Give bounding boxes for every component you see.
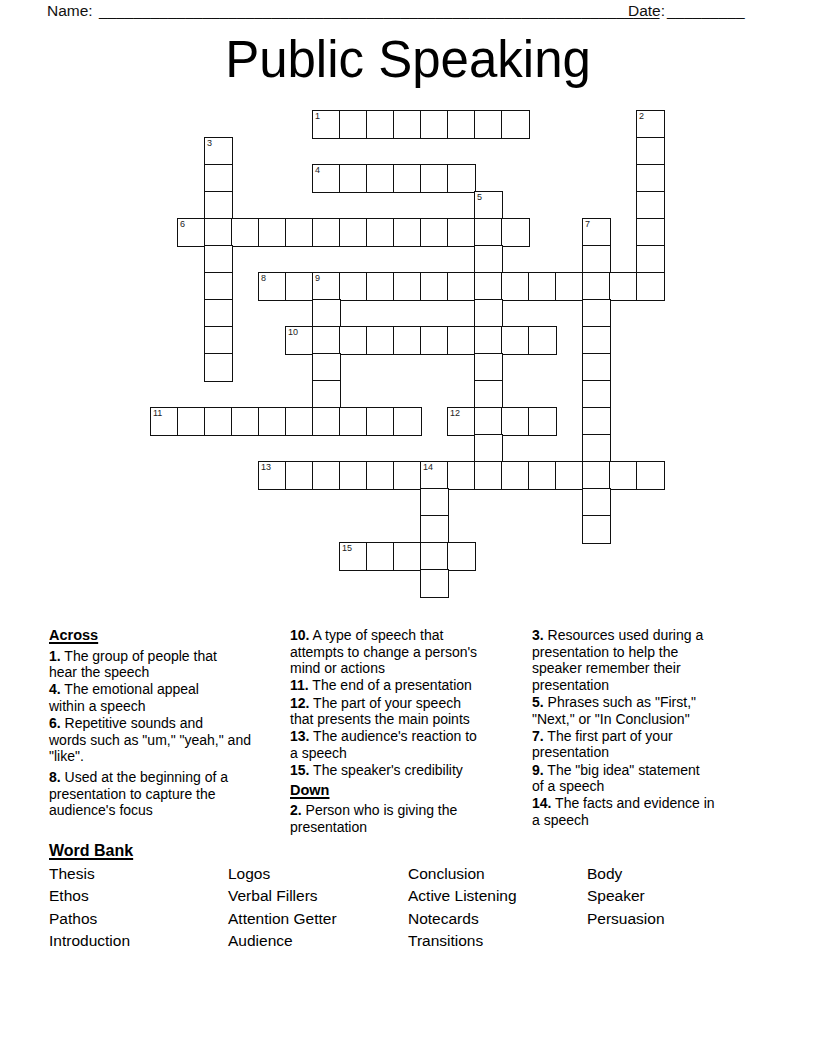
grid-cell[interactable] bbox=[312, 299, 341, 328]
grid-cell[interactable] bbox=[582, 380, 611, 409]
grid-cell[interactable] bbox=[501, 272, 530, 301]
grid-cell[interactable] bbox=[474, 353, 503, 382]
grid-cell[interactable] bbox=[312, 218, 341, 247]
word-bank-header: Word Bank bbox=[49, 841, 779, 861]
clue-number-label: 13. bbox=[290, 728, 309, 744]
grid-cell[interactable] bbox=[339, 164, 368, 193]
word-bank-item: Thesis bbox=[49, 863, 228, 885]
word-bank-column-3: ConclusionActive ListeningNotecardsTrans… bbox=[408, 863, 587, 953]
across-header: Across bbox=[49, 627, 294, 644]
grid-cell[interactable] bbox=[582, 245, 611, 274]
clue-number-label: 12. bbox=[290, 695, 309, 711]
name-blank-line[interactable]: ________________________________________… bbox=[99, 1, 659, 20]
word-bank-item: Speaker bbox=[587, 885, 779, 907]
grid-cell[interactable] bbox=[474, 299, 503, 328]
grid-cell[interactable] bbox=[204, 407, 233, 436]
grid-cell[interactable] bbox=[447, 110, 476, 139]
grid-cell[interactable] bbox=[474, 380, 503, 409]
grid-cell[interactable] bbox=[339, 461, 368, 490]
clue-number-label: 7. bbox=[532, 728, 544, 744]
clue-6: 6. Repetitive sounds andwords such as "u… bbox=[49, 715, 294, 765]
grid-cell[interactable]: 3 bbox=[204, 137, 233, 166]
word-bank-item: Body bbox=[587, 863, 779, 885]
clue-3: 3. Resources used during apresentation t… bbox=[532, 627, 782, 693]
grid-cell[interactable] bbox=[447, 272, 476, 301]
page-title: Public Speaking bbox=[0, 29, 816, 91]
grid-cell[interactable]: 8 bbox=[258, 272, 287, 301]
grid-cell[interactable] bbox=[582, 488, 611, 517]
grid-cell[interactable] bbox=[393, 110, 422, 139]
clue-number: 4 bbox=[315, 165, 320, 175]
clue-number: 12 bbox=[450, 408, 460, 418]
clue-12: 12. The part of your speechthat presents… bbox=[290, 695, 538, 728]
grid-cell[interactable] bbox=[366, 461, 395, 490]
grid-cell[interactable] bbox=[501, 407, 530, 436]
clue-10: 10. A type of speech thatattempts to cha… bbox=[290, 627, 538, 677]
date-label: Date: bbox=[628, 1, 665, 20]
clues-column-3: 3. Resources used during apresentation t… bbox=[532, 627, 782, 829]
grid-cell[interactable] bbox=[285, 272, 314, 301]
grid-cell[interactable]: 10 bbox=[285, 326, 314, 355]
grid-cell[interactable] bbox=[474, 326, 503, 355]
grid-cell[interactable] bbox=[501, 110, 530, 139]
grid-cell[interactable] bbox=[312, 380, 341, 409]
grid-cell[interactable] bbox=[474, 434, 503, 463]
word-bank-item: Attention Getter bbox=[228, 908, 408, 930]
grid-cell[interactable] bbox=[636, 461, 665, 490]
clue-number: 10 bbox=[288, 327, 298, 337]
grid-cell[interactable] bbox=[420, 569, 449, 598]
grid-cell[interactable] bbox=[474, 461, 503, 490]
clue-number: 1 bbox=[315, 111, 320, 121]
clue-number: 8 bbox=[261, 273, 266, 283]
date-blank-line[interactable]: _________ bbox=[667, 1, 745, 20]
grid-cell[interactable]: 2 bbox=[636, 110, 665, 139]
clue-number-label: 1. bbox=[49, 648, 61, 664]
grid-cell[interactable] bbox=[204, 272, 233, 301]
grid-cell[interactable] bbox=[204, 191, 233, 220]
grid-cell[interactable]: 13 bbox=[258, 461, 287, 490]
grid-cell[interactable] bbox=[420, 542, 449, 571]
grid-cell[interactable]: 7 bbox=[582, 218, 611, 247]
clue-7: 7. The first part of yourpresentation bbox=[532, 728, 782, 761]
grid-cell[interactable] bbox=[555, 272, 584, 301]
clue-9: 9. The "big idea" statementof a speech bbox=[532, 762, 782, 795]
word-bank-item: Active Listening bbox=[408, 885, 587, 907]
grid-cell[interactable]: 15 bbox=[339, 542, 368, 571]
name-label: Name: bbox=[47, 1, 93, 20]
clue-number-label: 14. bbox=[532, 795, 551, 811]
grid-cell[interactable] bbox=[528, 326, 557, 355]
grid-cell[interactable] bbox=[312, 353, 341, 382]
grid-cell[interactable] bbox=[501, 461, 530, 490]
grid-cell[interactable] bbox=[636, 245, 665, 274]
grid-cell[interactable] bbox=[447, 164, 476, 193]
clue-number: 5 bbox=[477, 192, 482, 202]
grid-cell[interactable] bbox=[393, 272, 422, 301]
grid-cell[interactable] bbox=[582, 515, 611, 544]
grid-cell[interactable] bbox=[582, 434, 611, 463]
grid-cell[interactable] bbox=[636, 272, 665, 301]
clue-5: 5. Phrases such as "First,""Next," or "I… bbox=[532, 694, 782, 727]
word-bank-item: Audience bbox=[228, 930, 408, 952]
grid-cell[interactable] bbox=[204, 218, 233, 247]
grid-cell[interactable]: 5 bbox=[474, 191, 503, 220]
grid-cell[interactable] bbox=[609, 461, 638, 490]
grid-cell[interactable] bbox=[393, 164, 422, 193]
grid-cell[interactable] bbox=[231, 407, 260, 436]
down-header: Down bbox=[290, 782, 538, 799]
grid-cell[interactable] bbox=[339, 272, 368, 301]
grid-cell[interactable] bbox=[420, 326, 449, 355]
grid-cell[interactable] bbox=[339, 110, 368, 139]
grid-cell[interactable] bbox=[528, 272, 557, 301]
grid-cell[interactable] bbox=[609, 272, 638, 301]
clue-number: 7 bbox=[585, 219, 590, 229]
grid-cell[interactable] bbox=[231, 218, 260, 247]
grid-cell[interactable] bbox=[582, 353, 611, 382]
grid-cell[interactable] bbox=[366, 110, 395, 139]
word-bank-item: Conclusion bbox=[408, 863, 587, 885]
grid-cell[interactable] bbox=[204, 353, 233, 382]
grid-cell[interactable] bbox=[447, 218, 476, 247]
clue-1: 1. The group of people thathear the spee… bbox=[49, 648, 294, 681]
grid-cell[interactable] bbox=[204, 326, 233, 355]
word-bank-item: Logos bbox=[228, 863, 408, 885]
clue-number-label: 8. bbox=[49, 769, 61, 785]
word-bank-item: Persuasion bbox=[587, 908, 779, 930]
clue-number-label: 10. bbox=[290, 627, 309, 643]
clue-number: 2 bbox=[639, 111, 644, 121]
grid-cell[interactable] bbox=[636, 218, 665, 247]
clue-2: 2. Person who is giving thepresentation bbox=[290, 802, 538, 835]
clue-number-label: 3. bbox=[532, 627, 544, 643]
clues-column-1: Across1. The group of people thathear th… bbox=[49, 627, 294, 819]
grid-cell[interactable] bbox=[420, 110, 449, 139]
grid-cell[interactable] bbox=[474, 407, 503, 436]
word-bank-column-2: LogosVerbal FillersAttention GetterAudie… bbox=[228, 863, 408, 953]
grid-cell[interactable] bbox=[177, 407, 206, 436]
grid-cell[interactable] bbox=[582, 299, 611, 328]
grid-cell[interactable]: 12 bbox=[447, 407, 476, 436]
clue-11: 11. The end of a presentation bbox=[290, 677, 538, 694]
clue-number: 6 bbox=[180, 219, 185, 229]
grid-cell[interactable] bbox=[636, 191, 665, 220]
grid-cell[interactable] bbox=[204, 299, 233, 328]
clue-14: 14. The facts and evidence ina speech bbox=[532, 795, 782, 828]
word-bank-item: Introduction bbox=[49, 930, 228, 952]
grid-cell[interactable] bbox=[420, 488, 449, 517]
grid-cell[interactable] bbox=[366, 407, 395, 436]
grid-cell[interactable] bbox=[312, 461, 341, 490]
grid-cell[interactable] bbox=[339, 407, 368, 436]
word-bank-columns: ThesisEthosPathosIntroductionLogosVerbal… bbox=[49, 863, 779, 953]
grid-cell[interactable] bbox=[204, 164, 233, 193]
grid-cell[interactable]: 6 bbox=[177, 218, 206, 247]
grid-cell[interactable] bbox=[285, 407, 314, 436]
clue-15: 15. The speaker's credibility bbox=[290, 762, 538, 779]
clue-number: 9 bbox=[315, 273, 320, 283]
grid-cell[interactable] bbox=[474, 272, 503, 301]
grid-cell[interactable] bbox=[420, 164, 449, 193]
grid-cell[interactable] bbox=[339, 326, 368, 355]
grid-cell[interactable] bbox=[258, 218, 287, 247]
clue-number-label: 11. bbox=[290, 677, 309, 693]
word-bank-item: Transitions bbox=[408, 930, 587, 952]
grid-cell[interactable] bbox=[420, 218, 449, 247]
grid-cell[interactable] bbox=[582, 326, 611, 355]
word-bank-column-1: ThesisEthosPathosIntroduction bbox=[49, 863, 228, 953]
grid-cell[interactable] bbox=[393, 542, 422, 571]
grid-cell[interactable] bbox=[420, 272, 449, 301]
grid-cell[interactable] bbox=[528, 461, 557, 490]
grid-cell[interactable] bbox=[258, 407, 287, 436]
crossword-grid: 123456789101112131415 bbox=[150, 110, 665, 598]
grid-cell[interactable]: 9 bbox=[312, 272, 341, 301]
grid-cell[interactable]: 14 bbox=[420, 461, 449, 490]
grid-cell[interactable] bbox=[312, 326, 341, 355]
clue-number: 11 bbox=[153, 408, 162, 418]
grid-cell[interactable] bbox=[312, 407, 341, 436]
grid-cell[interactable] bbox=[582, 461, 611, 490]
grid-cell[interactable] bbox=[393, 461, 422, 490]
grid-cell[interactable] bbox=[285, 461, 314, 490]
clue-number: 13 bbox=[261, 462, 271, 472]
word-bank-item: Pathos bbox=[49, 908, 228, 930]
grid-cell[interactable] bbox=[582, 272, 611, 301]
clue-4: 4. The emotional appealwithin a speech bbox=[49, 681, 294, 714]
grid-cell[interactable] bbox=[636, 164, 665, 193]
grid-cell[interactable] bbox=[501, 218, 530, 247]
grid-cell[interactable] bbox=[636, 137, 665, 166]
clue-number-label: 15. bbox=[290, 762, 309, 778]
grid-cell[interactable] bbox=[420, 515, 449, 544]
grid-cell[interactable] bbox=[366, 542, 395, 571]
grid-cell[interactable] bbox=[447, 461, 476, 490]
word-bank-item: Notecards bbox=[408, 908, 587, 930]
word-bank: Word Bank ThesisEthosPathosIntroductionL… bbox=[49, 841, 779, 953]
grid-cell[interactable]: 4 bbox=[312, 164, 341, 193]
grid-cell[interactable] bbox=[204, 245, 233, 274]
grid-cell[interactable] bbox=[474, 218, 503, 247]
clue-number-label: 5. bbox=[532, 694, 544, 710]
clue-13: 13. The audience's reaction toa speech bbox=[290, 728, 538, 761]
clue-number-label: 6. bbox=[49, 715, 61, 731]
clue-number: 3 bbox=[207, 138, 212, 148]
grid-cell[interactable] bbox=[582, 407, 611, 436]
grid-cell[interactable] bbox=[447, 326, 476, 355]
grid-cell[interactable] bbox=[366, 272, 395, 301]
word-bank-item: Ethos bbox=[49, 885, 228, 907]
clues-column-2: 10. A type of speech thatattempts to cha… bbox=[290, 627, 538, 836]
grid-cell[interactable] bbox=[447, 542, 476, 571]
grid-cell[interactable] bbox=[555, 461, 584, 490]
grid-cell[interactable] bbox=[366, 164, 395, 193]
grid-cell[interactable] bbox=[474, 110, 503, 139]
grid-cell[interactable] bbox=[474, 245, 503, 274]
grid-cell[interactable]: 11 bbox=[150, 407, 179, 436]
clue-number-label: 4. bbox=[49, 681, 61, 697]
grid-cell[interactable] bbox=[285, 218, 314, 247]
grid-cell[interactable] bbox=[501, 326, 530, 355]
grid-cell[interactable] bbox=[366, 218, 395, 247]
clue-8: 8. Used at the beginning of apresentatio… bbox=[49, 769, 294, 819]
grid-cell[interactable] bbox=[339, 218, 368, 247]
word-bank-column-4: BodySpeakerPersuasion bbox=[587, 863, 779, 953]
grid-cell[interactable] bbox=[393, 326, 422, 355]
grid-cell[interactable] bbox=[393, 218, 422, 247]
clue-number: 14 bbox=[423, 462, 433, 472]
grid-cell[interactable] bbox=[393, 407, 422, 436]
grid-cell[interactable] bbox=[528, 407, 557, 436]
grid-cell[interactable]: 1 bbox=[312, 110, 341, 139]
word-bank-item: Verbal Fillers bbox=[228, 885, 408, 907]
clue-number-label: 2. bbox=[290, 802, 302, 818]
clue-number: 15 bbox=[342, 543, 352, 553]
grid-cell[interactable] bbox=[366, 326, 395, 355]
clue-number-label: 9. bbox=[532, 762, 544, 778]
